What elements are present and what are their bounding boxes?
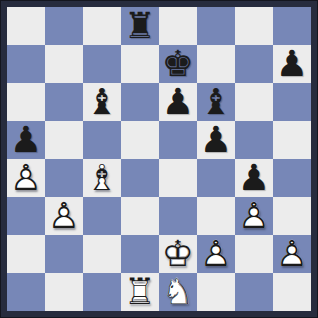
square-d1[interactable]: ♜♖ bbox=[121, 273, 159, 311]
square-e4[interactable] bbox=[159, 159, 197, 197]
square-f4[interactable] bbox=[197, 159, 235, 197]
chessboard-frame: ♜♚♟♝♟♝♟♟♟♙♝♗♟♟♙♟♙♚♔♟♙♟♙♜♖♞♘ bbox=[0, 0, 318, 318]
square-d4[interactable] bbox=[121, 159, 159, 197]
square-e2[interactable]: ♚♔ bbox=[159, 235, 197, 273]
square-e3[interactable] bbox=[159, 197, 197, 235]
piece-white-bishop-c4[interactable]: ♝♗ bbox=[83, 159, 121, 197]
square-g7[interactable] bbox=[235, 45, 273, 83]
square-c7[interactable] bbox=[83, 45, 121, 83]
piece-black-pawn-e6[interactable]: ♟ bbox=[159, 83, 197, 121]
square-g1[interactable] bbox=[235, 273, 273, 311]
piece-white-pawn-h2[interactable]: ♟♙ bbox=[273, 235, 311, 273]
white-pawn-outline: ♙ bbox=[273, 235, 311, 273]
black-bishop-glyph: ♝ bbox=[197, 83, 235, 121]
square-a7[interactable] bbox=[7, 45, 45, 83]
square-e7[interactable]: ♚ bbox=[159, 45, 197, 83]
square-f5[interactable]: ♟ bbox=[197, 121, 235, 159]
square-b2[interactable] bbox=[45, 235, 83, 273]
square-f1[interactable] bbox=[197, 273, 235, 311]
square-c6[interactable]: ♝ bbox=[83, 83, 121, 121]
piece-black-king-e7[interactable]: ♚ bbox=[159, 45, 197, 83]
piece-black-pawn-a5[interactable]: ♟ bbox=[7, 121, 45, 159]
square-b7[interactable] bbox=[45, 45, 83, 83]
black-bishop-glyph: ♝ bbox=[83, 83, 121, 121]
square-g3[interactable]: ♟♙ bbox=[235, 197, 273, 235]
white-rook-outline: ♖ bbox=[121, 273, 159, 311]
black-king-glyph: ♚ bbox=[159, 45, 197, 83]
square-g5[interactable] bbox=[235, 121, 273, 159]
square-e8[interactable] bbox=[159, 7, 197, 45]
square-f3[interactable] bbox=[197, 197, 235, 235]
square-e1[interactable]: ♞♘ bbox=[159, 273, 197, 311]
black-pawn-glyph: ♟ bbox=[235, 159, 273, 197]
piece-white-rook-d1[interactable]: ♜♖ bbox=[121, 273, 159, 311]
square-h7[interactable]: ♟ bbox=[273, 45, 311, 83]
piece-black-bishop-c6[interactable]: ♝ bbox=[83, 83, 121, 121]
chessboard: ♜♚♟♝♟♝♟♟♟♙♝♗♟♟♙♟♙♚♔♟♙♟♙♜♖♞♘ bbox=[7, 7, 311, 311]
square-g2[interactable] bbox=[235, 235, 273, 273]
white-bishop-outline: ♗ bbox=[83, 159, 121, 197]
square-h6[interactable] bbox=[273, 83, 311, 121]
square-f2[interactable]: ♟♙ bbox=[197, 235, 235, 273]
square-c2[interactable] bbox=[83, 235, 121, 273]
square-c3[interactable] bbox=[83, 197, 121, 235]
white-pawn-outline: ♙ bbox=[45, 197, 83, 235]
square-e5[interactable] bbox=[159, 121, 197, 159]
square-d6[interactable] bbox=[121, 83, 159, 121]
square-c8[interactable] bbox=[83, 7, 121, 45]
piece-white-pawn-a4[interactable]: ♟♙ bbox=[7, 159, 45, 197]
white-pawn-outline: ♙ bbox=[7, 159, 45, 197]
square-a6[interactable] bbox=[7, 83, 45, 121]
square-h5[interactable] bbox=[273, 121, 311, 159]
square-d2[interactable] bbox=[121, 235, 159, 273]
square-f7[interactable] bbox=[197, 45, 235, 83]
square-d7[interactable] bbox=[121, 45, 159, 83]
square-d8[interactable]: ♜ bbox=[121, 7, 159, 45]
square-f8[interactable] bbox=[197, 7, 235, 45]
square-a2[interactable] bbox=[7, 235, 45, 273]
square-h4[interactable] bbox=[273, 159, 311, 197]
square-c4[interactable]: ♝♗ bbox=[83, 159, 121, 197]
black-rook-glyph: ♜ bbox=[121, 7, 159, 45]
square-h3[interactable] bbox=[273, 197, 311, 235]
square-a8[interactable] bbox=[7, 7, 45, 45]
square-a4[interactable]: ♟♙ bbox=[7, 159, 45, 197]
square-h1[interactable] bbox=[273, 273, 311, 311]
piece-white-pawn-b3[interactable]: ♟♙ bbox=[45, 197, 83, 235]
piece-white-pawn-f2[interactable]: ♟♙ bbox=[197, 235, 235, 273]
white-knight-outline: ♘ bbox=[159, 273, 197, 311]
square-g6[interactable] bbox=[235, 83, 273, 121]
square-d5[interactable] bbox=[121, 121, 159, 159]
black-pawn-glyph: ♟ bbox=[273, 45, 311, 83]
white-pawn-outline: ♙ bbox=[197, 235, 235, 273]
square-c1[interactable] bbox=[83, 273, 121, 311]
black-pawn-glyph: ♟ bbox=[7, 121, 45, 159]
square-a5[interactable]: ♟ bbox=[7, 121, 45, 159]
square-h2[interactable]: ♟♙ bbox=[273, 235, 311, 273]
square-a3[interactable] bbox=[7, 197, 45, 235]
square-g8[interactable] bbox=[235, 7, 273, 45]
square-c5[interactable] bbox=[83, 121, 121, 159]
piece-black-bishop-f6[interactable]: ♝ bbox=[197, 83, 235, 121]
square-b4[interactable] bbox=[45, 159, 83, 197]
square-g4[interactable]: ♟ bbox=[235, 159, 273, 197]
black-pawn-glyph: ♟ bbox=[159, 83, 197, 121]
piece-black-rook-d8[interactable]: ♜ bbox=[121, 7, 159, 45]
piece-black-pawn-h7[interactable]: ♟ bbox=[273, 45, 311, 83]
square-a1[interactable] bbox=[7, 273, 45, 311]
square-f6[interactable]: ♝ bbox=[197, 83, 235, 121]
square-h8[interactable] bbox=[273, 7, 311, 45]
square-b5[interactable] bbox=[45, 121, 83, 159]
square-b1[interactable] bbox=[45, 273, 83, 311]
square-d3[interactable] bbox=[121, 197, 159, 235]
black-pawn-glyph: ♟ bbox=[197, 121, 235, 159]
piece-black-pawn-g4[interactable]: ♟ bbox=[235, 159, 273, 197]
white-king-outline: ♔ bbox=[159, 235, 197, 273]
piece-white-pawn-g3[interactable]: ♟♙ bbox=[235, 197, 273, 235]
piece-white-knight-e1[interactable]: ♞♘ bbox=[159, 273, 197, 311]
white-pawn-outline: ♙ bbox=[235, 197, 273, 235]
square-b6[interactable] bbox=[45, 83, 83, 121]
piece-black-pawn-f5[interactable]: ♟ bbox=[197, 121, 235, 159]
square-e6[interactable]: ♟ bbox=[159, 83, 197, 121]
piece-white-king-e2[interactable]: ♚♔ bbox=[159, 235, 197, 273]
square-b3[interactable]: ♟♙ bbox=[45, 197, 83, 235]
square-b8[interactable] bbox=[45, 7, 83, 45]
